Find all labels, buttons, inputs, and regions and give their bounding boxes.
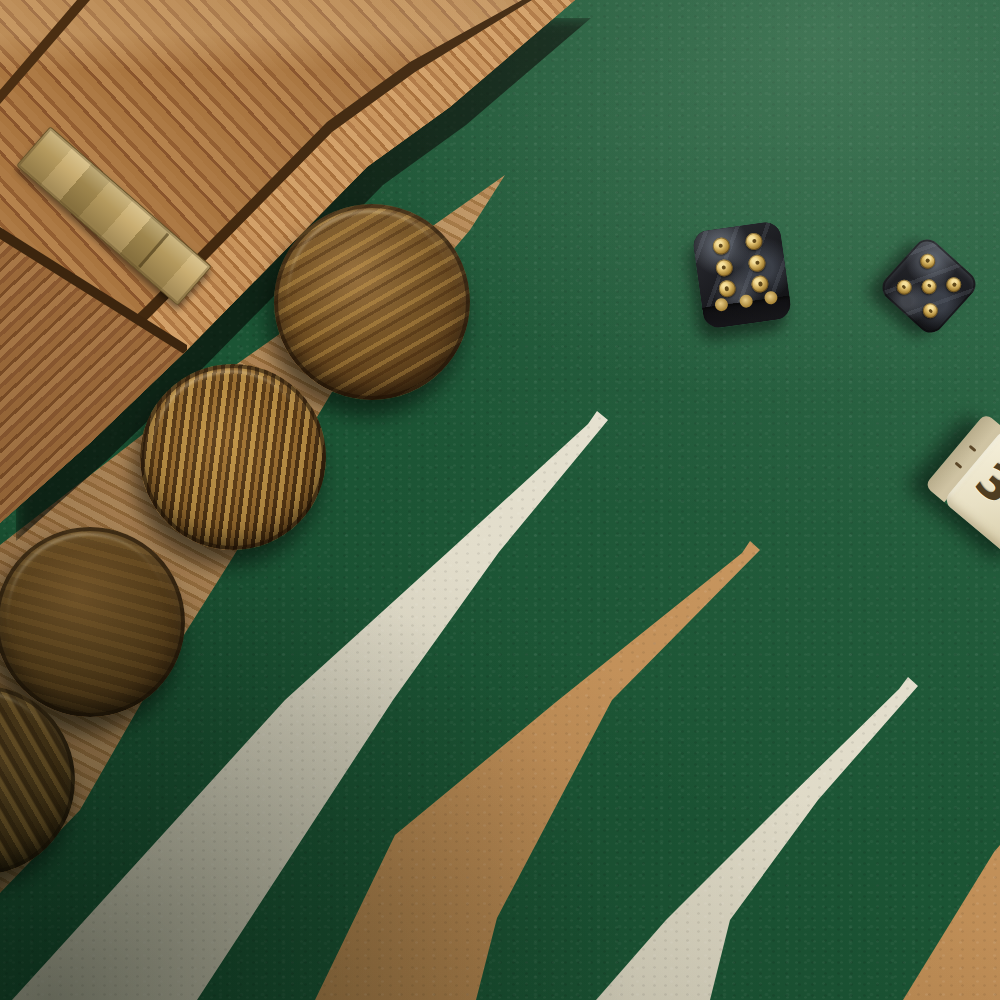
die-black-six[interactable]	[692, 220, 793, 329]
checker-brown-1[interactable]	[274, 204, 470, 400]
die-black-five[interactable]	[877, 234, 982, 339]
die-pip	[893, 277, 914, 298]
die-pip	[920, 300, 941, 321]
die-pip	[745, 232, 764, 251]
checker-brown-3[interactable]	[0, 527, 185, 717]
cube-side-mark	[954, 462, 962, 469]
die-pip	[748, 253, 767, 272]
die-pip	[714, 258, 733, 277]
die-pip	[717, 279, 736, 298]
die-face-five	[877, 234, 982, 339]
die-side-face	[702, 296, 792, 330]
checker-brown-2[interactable]	[140, 364, 326, 550]
cube-side-mark	[969, 445, 977, 452]
die-pip	[918, 275, 939, 296]
die-pip	[943, 274, 964, 295]
doubling-cube[interactable]: 32	[924, 413, 1000, 562]
die-pip	[711, 236, 730, 255]
backgammon-board-photo: 32	[0, 0, 1000, 1000]
die-pip	[917, 250, 938, 271]
